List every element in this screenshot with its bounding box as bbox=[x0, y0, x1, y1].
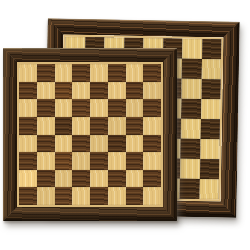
square-d7 bbox=[72, 82, 90, 100]
square-f4 bbox=[108, 135, 126, 153]
square-h4 bbox=[200, 119, 220, 139]
square-e7 bbox=[90, 82, 108, 100]
square-c6 bbox=[55, 99, 73, 117]
square-e4 bbox=[90, 135, 108, 153]
square-g6 bbox=[181, 79, 201, 99]
square-g4 bbox=[126, 135, 144, 153]
square-e8 bbox=[90, 64, 108, 82]
square-g7 bbox=[182, 59, 202, 79]
square-c1 bbox=[55, 187, 73, 205]
square-h4 bbox=[143, 135, 161, 153]
square-d1 bbox=[72, 187, 90, 205]
square-e3 bbox=[90, 152, 108, 170]
square-f8 bbox=[108, 64, 126, 82]
rear-board-frame-right bbox=[220, 21, 239, 217]
front-board-frame-top bbox=[3, 48, 177, 62]
square-a2 bbox=[19, 170, 37, 188]
front-board-frame-bottom bbox=[3, 207, 177, 221]
square-g2 bbox=[180, 159, 200, 179]
square-g1 bbox=[126, 187, 144, 205]
square-e5 bbox=[90, 117, 108, 135]
square-d4 bbox=[72, 135, 90, 153]
square-a3 bbox=[19, 152, 37, 170]
square-h5 bbox=[200, 99, 220, 119]
front-board-field bbox=[17, 62, 163, 207]
square-h3 bbox=[143, 152, 161, 170]
square-d8 bbox=[72, 64, 90, 82]
square-c4 bbox=[55, 135, 73, 153]
square-g5 bbox=[126, 117, 144, 135]
square-b3 bbox=[37, 152, 55, 170]
square-c8 bbox=[55, 64, 73, 82]
front-board-frame-right bbox=[163, 48, 177, 221]
square-d6 bbox=[72, 99, 90, 117]
square-a5 bbox=[19, 117, 37, 135]
square-h8 bbox=[202, 39, 222, 59]
square-b6 bbox=[37, 99, 55, 117]
square-d3 bbox=[72, 152, 90, 170]
square-g3 bbox=[126, 152, 144, 170]
square-c7 bbox=[55, 82, 73, 100]
square-h6 bbox=[143, 99, 161, 117]
square-h8 bbox=[143, 64, 161, 82]
square-c5 bbox=[55, 117, 73, 135]
square-a7 bbox=[19, 82, 37, 100]
square-g7 bbox=[126, 82, 144, 100]
square-g8 bbox=[182, 39, 202, 59]
square-a1 bbox=[19, 187, 37, 205]
square-a6 bbox=[19, 99, 37, 117]
square-c3 bbox=[55, 152, 73, 170]
square-f7 bbox=[108, 82, 126, 100]
square-h2 bbox=[143, 170, 161, 188]
square-f6 bbox=[108, 99, 126, 117]
square-c2 bbox=[55, 170, 73, 188]
square-b4 bbox=[37, 135, 55, 153]
square-b2 bbox=[37, 170, 55, 188]
square-h7 bbox=[143, 82, 161, 100]
square-h2 bbox=[199, 159, 219, 179]
square-a4 bbox=[19, 135, 37, 153]
product-photo-two-chessboards bbox=[0, 0, 250, 250]
square-h1 bbox=[143, 187, 161, 205]
square-f2 bbox=[108, 170, 126, 188]
square-e2 bbox=[90, 170, 108, 188]
square-b5 bbox=[37, 117, 55, 135]
square-g6 bbox=[126, 99, 144, 117]
square-g5 bbox=[181, 99, 201, 119]
square-b7 bbox=[37, 82, 55, 100]
square-a8 bbox=[19, 64, 37, 82]
square-e6 bbox=[90, 99, 108, 117]
square-b1 bbox=[37, 187, 55, 205]
square-f5 bbox=[108, 117, 126, 135]
square-h1 bbox=[199, 179, 219, 199]
square-h3 bbox=[200, 139, 220, 159]
square-d5 bbox=[72, 117, 90, 135]
square-f1 bbox=[108, 187, 126, 205]
square-h5 bbox=[143, 117, 161, 135]
front-board-frame-left bbox=[3, 48, 17, 221]
square-f3 bbox=[108, 152, 126, 170]
square-b8 bbox=[37, 64, 55, 82]
square-g8 bbox=[126, 64, 144, 82]
square-g1 bbox=[180, 179, 200, 199]
square-d2 bbox=[72, 170, 90, 188]
square-g2 bbox=[126, 170, 144, 188]
square-g4 bbox=[181, 119, 201, 139]
square-h7 bbox=[201, 59, 221, 79]
front-chessboard bbox=[3, 48, 177, 221]
square-e1 bbox=[90, 187, 108, 205]
square-h6 bbox=[201, 79, 221, 99]
square-g3 bbox=[180, 139, 200, 159]
